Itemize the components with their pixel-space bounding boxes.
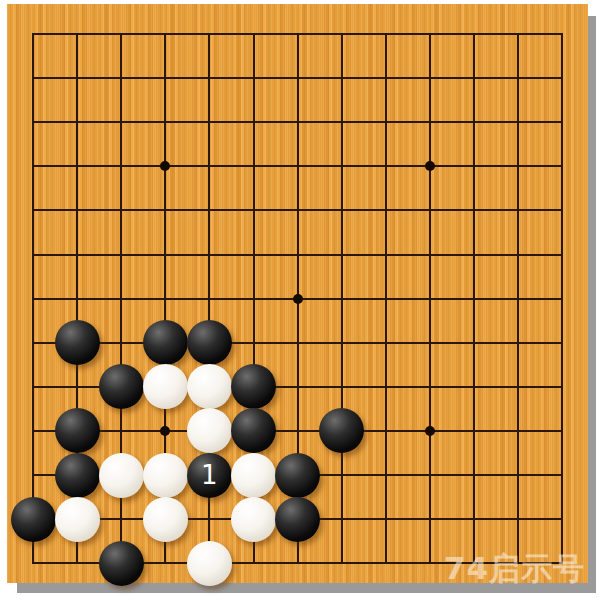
grid-line-v (341, 33, 343, 564)
star-point (293, 294, 303, 304)
stone-white (143, 497, 188, 542)
stone-white (231, 453, 276, 498)
stone-white (55, 497, 100, 542)
stone-white (143, 453, 188, 498)
grid-line-v (429, 33, 431, 564)
stone-black (275, 453, 320, 498)
star-point (160, 426, 170, 436)
stone-black (55, 320, 100, 365)
stone-black (319, 408, 364, 453)
star-point (160, 161, 170, 171)
stone-black (55, 408, 100, 453)
star-point (425, 161, 435, 171)
stone-white (143, 364, 188, 409)
stone-black (275, 497, 320, 542)
grid-line-v (473, 33, 475, 564)
grid-line-v (385, 33, 387, 564)
stone-black (55, 453, 100, 498)
stone-white (187, 541, 232, 586)
stone-black: 1 (187, 453, 232, 498)
stone-white (187, 408, 232, 453)
grid-line-v (561, 33, 563, 564)
stone-white (99, 453, 144, 498)
stone-black (231, 364, 276, 409)
watermark-text: 74启示号 (444, 548, 585, 590)
stone-white (231, 497, 276, 542)
stone-black (143, 320, 188, 365)
move-number-label: 1 (201, 462, 218, 488)
stone-black (187, 320, 232, 365)
grid-line-v (517, 33, 519, 564)
stone-black (99, 541, 144, 586)
grid-line-h (32, 430, 563, 432)
go-board: 1 (7, 4, 588, 583)
stone-black (231, 408, 276, 453)
stone-white (187, 364, 232, 409)
star-point (425, 426, 435, 436)
grid-line-h (32, 342, 563, 344)
page: 1 74启示号 (0, 0, 600, 600)
stone-black (99, 364, 144, 409)
stone-black (11, 497, 56, 542)
